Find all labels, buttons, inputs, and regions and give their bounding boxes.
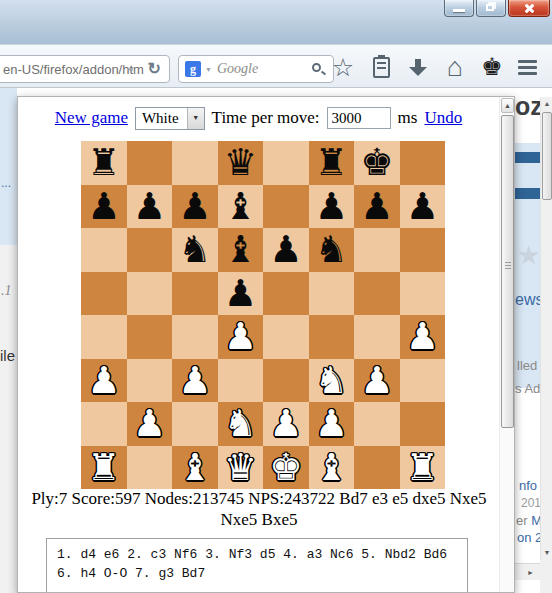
square-d2[interactable]: ♞ (218, 402, 264, 446)
navigation-toolbar: en-US/firefox/addon/htm ▼ ↻ g ▼ Google ☆… (0, 44, 552, 88)
popup-scroll-up-icon[interactable]: ▲ (501, 98, 514, 113)
page-text-fragment: 201 (521, 496, 541, 510)
piece-black-rook[interactable]: ♜ (87, 144, 120, 181)
square-f8[interactable]: ♜ (309, 141, 355, 185)
square-b8[interactable] (127, 141, 173, 185)
browser-vertical-scrollbar[interactable]: ▲ ▼ (540, 97, 552, 560)
square-a2[interactable] (81, 402, 127, 446)
square-g3[interactable]: ♟ (354, 359, 400, 403)
square-d4[interactable]: ♟ (218, 315, 264, 359)
square-c1[interactable]: ♝ (172, 446, 218, 490)
page-text-fragment: s Ad (515, 381, 540, 396)
square-d5[interactable]: ♟ (218, 272, 264, 316)
piece-black-bishop[interactable]: ♝ (224, 188, 257, 225)
square-c8[interactable] (172, 141, 218, 185)
square-f4[interactable] (309, 315, 355, 359)
piece-white-rook[interactable]: ♜ (406, 449, 439, 486)
piece-white-pawn[interactable]: ♟ (406, 318, 439, 355)
search-bar[interactable]: g ▼ Google (178, 55, 334, 83)
piece-white-knight[interactable]: ♞ (315, 362, 348, 399)
piece-black-knight[interactable]: ♞ (315, 231, 348, 268)
chess-addon-icon[interactable]: ♚ (474, 53, 510, 81)
piece-white-pawn[interactable]: ♟ (224, 318, 257, 355)
page-text-fragment: .1 (1, 283, 12, 299)
scroll-down-icon[interactable]: ▼ (541, 546, 552, 560)
square-f1[interactable]: ♝ (309, 446, 355, 490)
square-h1[interactable]: ♜ (400, 446, 446, 490)
page-text-fragment: ile (0, 347, 15, 364)
square-b7[interactable]: ♟ (127, 185, 173, 229)
square-h6[interactable] (400, 228, 446, 272)
piece-white-pawn[interactable]: ♟ (360, 362, 393, 399)
time-per-move-input[interactable] (327, 107, 391, 129)
square-f7[interactable]: ♟ (309, 185, 355, 229)
url-dropdown-icon[interactable]: ▼ (127, 66, 135, 75)
engine-controls: New game White ▼ Time per move: ms Undo (18, 105, 499, 131)
chevron-down-icon: ▼ (187, 108, 204, 129)
popup-scrollbar-thumb[interactable] (501, 115, 514, 428)
piece-black-pawn[interactable]: ♟ (315, 188, 348, 225)
popup-scrollbar[interactable]: ▲ (499, 97, 514, 592)
piece-white-pawn[interactable]: ♟ (87, 362, 120, 399)
page-heading-fragment: oz (515, 92, 543, 121)
piece-black-pawn[interactable]: ♟ (269, 231, 302, 268)
square-a3[interactable]: ♟ (81, 359, 127, 403)
bookmark-star-icon[interactable]: ☆ (324, 53, 362, 82)
square-f2[interactable]: ♟ (309, 402, 355, 446)
square-g6[interactable] (354, 228, 400, 272)
piece-black-king[interactable]: ♚ (360, 144, 393, 181)
restore-icon (486, 4, 494, 11)
square-f5[interactable] (309, 272, 355, 316)
piece-white-pawn[interactable]: ♟ (269, 405, 302, 442)
square-e7[interactable] (263, 185, 309, 229)
square-a5[interactable] (81, 272, 127, 316)
side-select[interactable]: White ▼ (135, 107, 205, 130)
square-e8[interactable] (263, 141, 309, 185)
piece-white-pawn[interactable]: ♟ (178, 362, 211, 399)
piece-black-pawn[interactable]: ♟ (406, 188, 439, 225)
piece-black-pawn[interactable]: ♟ (178, 188, 211, 225)
square-c7[interactable]: ♟ (172, 185, 218, 229)
piece-black-pawn[interactable]: ♟ (360, 188, 393, 225)
piece-white-bishop[interactable]: ♝ (178, 449, 211, 486)
square-g1[interactable] (354, 446, 400, 490)
page-blue-bar (515, 188, 540, 199)
square-c2[interactable] (172, 402, 218, 446)
square-a7[interactable]: ♟ (81, 185, 127, 229)
square-h8[interactable] (400, 141, 446, 185)
piece-black-bishop[interactable]: ♝ (224, 231, 257, 268)
square-g2[interactable] (354, 402, 400, 446)
page-text-fragment: lled (517, 358, 537, 373)
scrollbar-corner (540, 560, 552, 593)
square-d1[interactable]: ♛ (218, 446, 264, 490)
time-per-move-label: Time per move: (212, 108, 320, 128)
url-bar[interactable]: en-US/firefox/addon/htm ▼ ↻ (0, 55, 170, 83)
reload-icon[interactable]: ↻ (148, 59, 161, 78)
home-icon[interactable]: ⌂ (436, 52, 474, 83)
piece-white-rook[interactable]: ♜ (87, 449, 120, 486)
piece-black-rook[interactable]: ♜ (315, 144, 348, 181)
scroll-right-icon[interactable]: ► (522, 565, 539, 580)
search-input[interactable]: Google (217, 61, 258, 77)
square-d7[interactable]: ♝ (218, 185, 264, 229)
square-c3[interactable]: ♟ (172, 359, 218, 403)
menu-icon[interactable] (510, 60, 544, 75)
page-text-fragment: ... (1, 176, 11, 190)
search-icon[interactable] (312, 63, 321, 72)
square-d8[interactable]: ♛ (218, 141, 264, 185)
square-f3[interactable]: ♞ (309, 359, 355, 403)
square-b4[interactable] (127, 315, 173, 359)
piece-white-queen[interactable]: ♛ (224, 449, 257, 486)
square-d3[interactable] (218, 359, 264, 403)
page-link-fragment[interactable]: nfo (519, 478, 537, 493)
square-g8[interactable]: ♚ (354, 141, 400, 185)
square-a6[interactable] (81, 228, 127, 272)
square-a4[interactable] (81, 315, 127, 359)
search-engine-dropdown-icon[interactable]: ▼ (205, 66, 212, 73)
move-list-textarea[interactable]: 1. d4 e6 2. c3 Nf6 3. Nf3 d5 4. a3 Nc6 5… (46, 538, 468, 593)
square-e3[interactable] (263, 359, 309, 403)
piece-white-king[interactable]: ♚ (269, 449, 302, 486)
chess-board: ♜♛♜♚♟♟♟♝♟♟♟♞♝♟♞♟♟♟♟♟♞♟♟♞♟♟♜♝♛♚♝♜ (81, 141, 445, 489)
square-a8[interactable]: ♜ (81, 141, 127, 185)
piece-white-bishop[interactable]: ♝ (315, 449, 348, 486)
browser-window: en-US/firefox/addon/htm ▼ ↻ g ▼ Google ☆… (0, 0, 552, 593)
close-button[interactable] (508, 0, 550, 17)
piece-white-pawn[interactable]: ♟ (133, 405, 166, 442)
restore-button[interactable] (476, 0, 506, 17)
scroll-up-icon[interactable]: ▲ (541, 97, 552, 111)
downloads-icon[interactable] (400, 59, 436, 76)
piece-white-knight[interactable]: ♞ (224, 405, 257, 442)
square-f6[interactable]: ♞ (309, 228, 355, 272)
bookmarks-menu-icon[interactable] (362, 57, 400, 78)
chess-addon-popup: New game White ▼ Time per move: ms Undo … (17, 96, 515, 593)
piece-black-pawn[interactable]: ♟ (87, 188, 120, 225)
piece-black-knight[interactable]: ♞ (178, 231, 211, 268)
square-h7[interactable]: ♟ (400, 185, 446, 229)
engine-status-line: Ply:7 Score:597 Nodes:213745 NPS:243722 … (24, 488, 494, 530)
square-b3[interactable] (127, 359, 173, 403)
minimize-button[interactable] (444, 0, 474, 17)
page-text-fragment: er M (516, 513, 542, 528)
square-h4[interactable]: ♟ (400, 315, 446, 359)
browser-horizontal-scrollbar[interactable]: ► (515, 563, 540, 580)
square-h5[interactable] (400, 272, 446, 316)
page-blue-bar (515, 152, 540, 163)
square-g4[interactable] (354, 315, 400, 359)
square-h2[interactable] (400, 402, 446, 446)
square-c5[interactable] (172, 272, 218, 316)
square-e5[interactable] (263, 272, 309, 316)
google-logo-icon[interactable]: g (185, 61, 201, 77)
square-c4[interactable] (172, 315, 218, 359)
square-b6[interactable] (127, 228, 173, 272)
square-e1[interactable]: ♚ (263, 446, 309, 490)
square-a1[interactable]: ♜ (81, 446, 127, 490)
square-b2[interactable]: ♟ (127, 402, 173, 446)
square-h3[interactable] (400, 359, 446, 403)
rating-star-icon: ★ (517, 240, 540, 271)
undo-link[interactable]: Undo (424, 108, 462, 128)
piece-white-pawn[interactable]: ♟ (315, 405, 348, 442)
square-g7[interactable]: ♟ (354, 185, 400, 229)
piece-black-pawn[interactable]: ♟ (224, 275, 257, 312)
new-game-link[interactable]: New game (55, 108, 128, 128)
square-e6[interactable]: ♟ (263, 228, 309, 272)
square-e4[interactable] (263, 315, 309, 359)
square-c6[interactable]: ♞ (172, 228, 218, 272)
piece-black-pawn[interactable]: ♟ (133, 188, 166, 225)
square-d6[interactable]: ♝ (218, 228, 264, 272)
square-b1[interactable] (127, 446, 173, 490)
square-g5[interactable] (354, 272, 400, 316)
ms-label: ms (398, 108, 418, 128)
page-link-fragment[interactable]: on 2 (517, 530, 542, 545)
square-e2[interactable]: ♟ (263, 402, 309, 446)
browser-scrollbar-thumb[interactable] (542, 112, 552, 200)
window-titlebar (0, 0, 552, 44)
piece-black-queen[interactable]: ♛ (224, 144, 257, 181)
url-text: en-US/firefox/addon/htm (3, 62, 144, 77)
square-b5[interactable] (127, 272, 173, 316)
minimize-icon (453, 9, 465, 12)
